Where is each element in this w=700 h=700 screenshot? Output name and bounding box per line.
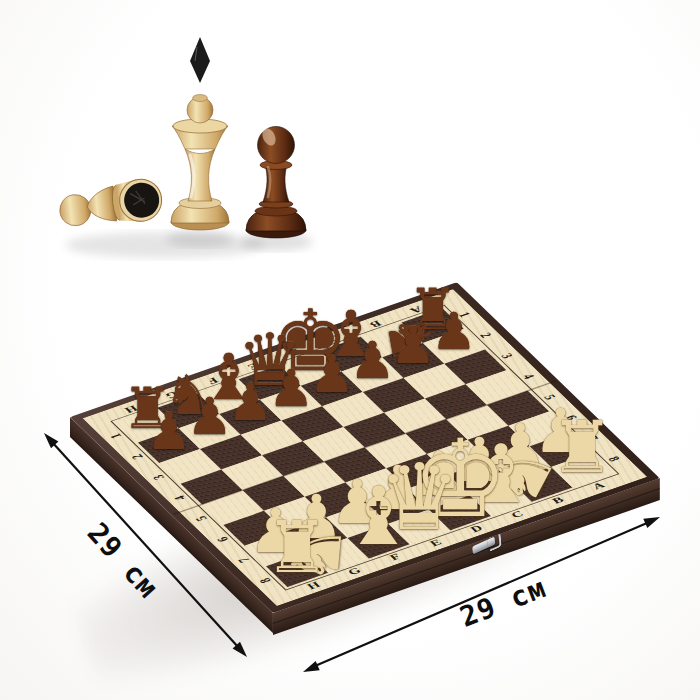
loose-chess-pieces-illustration — [15, 15, 325, 265]
loose-light-king — [171, 37, 229, 230]
loose-light-pawn-lying — [57, 177, 163, 229]
loose-dark-pawn — [246, 126, 306, 238]
product-photo-stage: HGFEDCBAHGFEDCBA1234567812345678 ♜♞♝♛♚♝♞… — [0, 0, 700, 700]
